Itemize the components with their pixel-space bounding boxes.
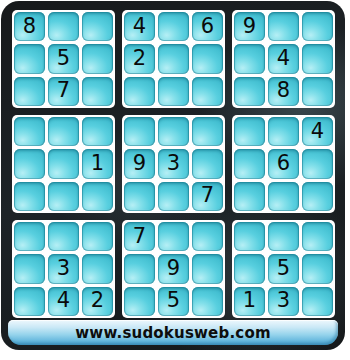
cell-r3c9[interactable] xyxy=(302,77,333,106)
cell-r8c7[interactable] xyxy=(234,254,265,283)
given-digit: 2 xyxy=(133,48,146,70)
cell-r3c5[interactable] xyxy=(158,77,189,106)
cell-r5c8[interactable]: 6 xyxy=(268,149,299,178)
given-digit: 5 xyxy=(57,48,70,70)
cell-r2c8[interactable]: 4 xyxy=(268,44,299,73)
box-2-2: 937 xyxy=(122,115,225,213)
cell-r1c7[interactable]: 9 xyxy=(234,12,265,41)
cell-r3c1[interactable] xyxy=(14,77,45,106)
box-1-1: 857 xyxy=(12,10,115,108)
box-3-1: 342 xyxy=(12,220,115,318)
cell-r2c4[interactable]: 2 xyxy=(124,44,155,73)
cell-r2c9[interactable] xyxy=(302,44,333,73)
given-digit: 7 xyxy=(201,185,214,207)
cell-r4c8[interactable] xyxy=(268,117,299,146)
cell-r9c1[interactable] xyxy=(14,287,45,316)
given-digit: 4 xyxy=(311,121,324,143)
box-3-3: 513 xyxy=(232,220,335,318)
cell-r5c4[interactable]: 9 xyxy=(124,149,155,178)
cell-r1c9[interactable] xyxy=(302,12,333,41)
cell-r1c5[interactable] xyxy=(158,12,189,41)
given-digit: 8 xyxy=(277,80,290,102)
box-1-3: 948 xyxy=(232,10,335,108)
cell-r5c1[interactable] xyxy=(14,149,45,178)
cell-r8c6[interactable] xyxy=(192,254,223,283)
cell-r9c7[interactable]: 1 xyxy=(234,287,265,316)
cell-r2c7[interactable] xyxy=(234,44,265,73)
cell-r5c5[interactable]: 3 xyxy=(158,149,189,178)
cell-r1c3[interactable] xyxy=(82,12,113,41)
given-digit: 6 xyxy=(201,16,214,38)
cell-r4c4[interactable] xyxy=(124,117,155,146)
given-digit: 4 xyxy=(277,48,290,70)
cell-r5c9[interactable] xyxy=(302,149,333,178)
box-2-3: 46 xyxy=(232,115,335,213)
given-digit: 7 xyxy=(57,80,70,102)
cell-r3c7[interactable] xyxy=(234,77,265,106)
given-digit: 7 xyxy=(133,226,146,248)
given-digit: 4 xyxy=(133,16,146,38)
cell-r6c9[interactable] xyxy=(302,182,333,211)
given-digit: 3 xyxy=(277,290,290,312)
given-digit: 9 xyxy=(133,153,146,175)
cell-r8c2[interactable]: 3 xyxy=(48,254,79,283)
given-digit: 2 xyxy=(91,290,104,312)
cell-r4c7[interactable] xyxy=(234,117,265,146)
cell-r3c4[interactable] xyxy=(124,77,155,106)
cell-r5c7[interactable] xyxy=(234,149,265,178)
cell-r4c5[interactable] xyxy=(158,117,189,146)
cell-r2c5[interactable] xyxy=(158,44,189,73)
cell-r8c4[interactable] xyxy=(124,254,155,283)
cell-r4c2[interactable] xyxy=(48,117,79,146)
given-digit: 8 xyxy=(23,16,36,38)
cell-r2c1[interactable] xyxy=(14,44,45,73)
box-3-2: 795 xyxy=(122,220,225,318)
cell-r8c3[interactable] xyxy=(82,254,113,283)
given-digit: 4 xyxy=(57,290,70,312)
cell-r5c6[interactable] xyxy=(192,149,223,178)
cell-r4c1[interactable] xyxy=(14,117,45,146)
cell-r5c2[interactable] xyxy=(48,149,79,178)
cell-r9c5[interactable]: 5 xyxy=(158,287,189,316)
cell-r1c2[interactable] xyxy=(48,12,79,41)
given-digit: 3 xyxy=(167,153,180,175)
cell-r8c8[interactable]: 5 xyxy=(268,254,299,283)
cell-r9c3[interactable]: 2 xyxy=(82,287,113,316)
given-digit: 5 xyxy=(167,290,180,312)
given-digit: 5 xyxy=(277,258,290,280)
cell-r7c9[interactable] xyxy=(302,222,333,251)
cell-r6c2[interactable] xyxy=(48,182,79,211)
cell-r6c7[interactable] xyxy=(234,182,265,211)
cell-r1c4[interactable]: 4 xyxy=(124,12,155,41)
footer-bar: www.sudokusweb.com xyxy=(8,320,338,345)
cell-r6c8[interactable] xyxy=(268,182,299,211)
cell-r6c4[interactable] xyxy=(124,182,155,211)
cell-r9c2[interactable]: 4 xyxy=(48,287,79,316)
box-1-2: 462 xyxy=(122,10,225,108)
given-digit: 1 xyxy=(243,290,256,312)
cell-r7c6[interactable] xyxy=(192,222,223,251)
given-digit: 9 xyxy=(243,16,256,38)
cell-r6c5[interactable] xyxy=(158,182,189,211)
cell-r7c5[interactable] xyxy=(158,222,189,251)
given-digit: 3 xyxy=(57,258,70,280)
cell-r3c2[interactable]: 7 xyxy=(48,77,79,106)
cell-r2c6[interactable] xyxy=(192,44,223,73)
cell-r9c4[interactable] xyxy=(124,287,155,316)
cell-r9c9[interactable] xyxy=(302,287,333,316)
cell-r4c6[interactable] xyxy=(192,117,223,146)
site-url-link[interactable]: www.sudokusweb.com xyxy=(75,324,270,342)
puzzle-frame: 857462948193746342795513 www.sudokusweb.… xyxy=(1,1,345,350)
cell-r6c1[interactable] xyxy=(14,182,45,211)
cell-r1c6[interactable]: 6 xyxy=(192,12,223,41)
sudoku-board: 857462948193746342795513 xyxy=(12,10,335,318)
cell-r1c1[interactable]: 8 xyxy=(14,12,45,41)
cell-r7c2[interactable] xyxy=(48,222,79,251)
cell-r2c3[interactable] xyxy=(82,44,113,73)
cell-r8c5[interactable]: 9 xyxy=(158,254,189,283)
cell-r4c3[interactable] xyxy=(82,117,113,146)
given-digit: 9 xyxy=(167,258,180,280)
cell-r7c8[interactable] xyxy=(268,222,299,251)
given-digit: 1 xyxy=(91,153,104,175)
box-2-1: 1 xyxy=(12,115,115,213)
cell-r7c4[interactable]: 7 xyxy=(124,222,155,251)
cell-r3c8[interactable]: 8 xyxy=(268,77,299,106)
given-digit: 6 xyxy=(277,153,290,175)
cell-r7c3[interactable] xyxy=(82,222,113,251)
cell-r8c1[interactable] xyxy=(14,254,45,283)
cell-r7c7[interactable] xyxy=(234,222,265,251)
cell-r1c8[interactable] xyxy=(268,12,299,41)
cell-r4c9[interactable]: 4 xyxy=(302,117,333,146)
cell-r8c9[interactable] xyxy=(302,254,333,283)
cell-r9c6[interactable] xyxy=(192,287,223,316)
cell-r3c3[interactable] xyxy=(82,77,113,106)
cell-r6c3[interactable] xyxy=(82,182,113,211)
cell-r2c2[interactable]: 5 xyxy=(48,44,79,73)
cell-r6c6[interactable]: 7 xyxy=(192,182,223,211)
cell-r5c3[interactable]: 1 xyxy=(82,149,113,178)
cell-r7c1[interactable] xyxy=(14,222,45,251)
cell-r9c8[interactable]: 3 xyxy=(268,287,299,316)
cell-r3c6[interactable] xyxy=(192,77,223,106)
